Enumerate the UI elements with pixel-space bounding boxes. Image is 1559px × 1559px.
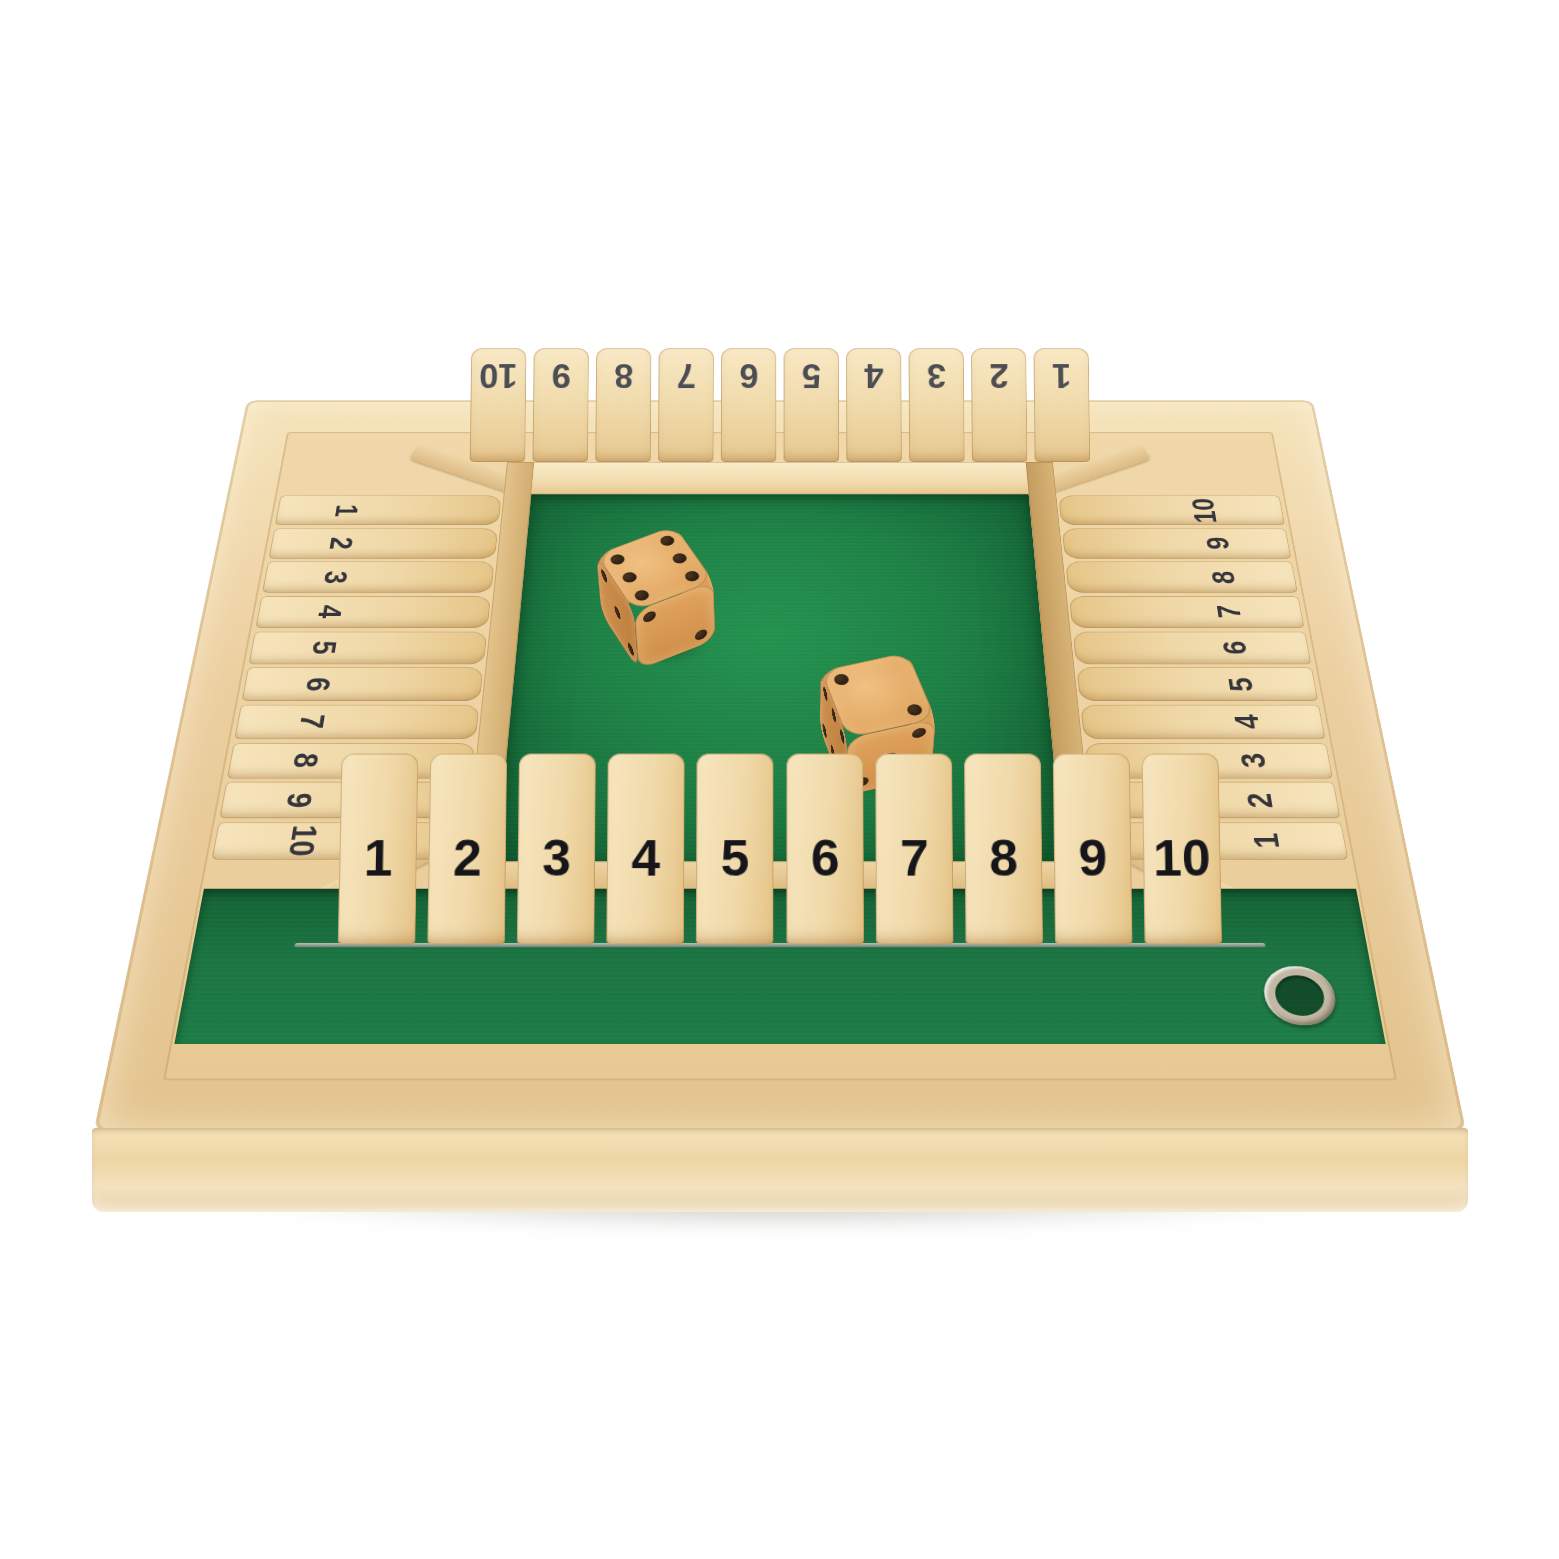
tile-number: 2 — [1240, 792, 1277, 807]
pip — [608, 553, 627, 567]
pip — [694, 628, 707, 642]
tile-north-2[interactable]: 2 — [971, 348, 1027, 462]
tile-south-10[interactable]: 10 — [1141, 754, 1222, 945]
tile-number: 4 — [313, 605, 348, 618]
pip — [839, 726, 844, 746]
tile-west-6[interactable]: 6 — [241, 668, 483, 702]
tile-number: 3 — [1234, 753, 1271, 768]
inner-frame-far-wall — [503, 462, 1056, 494]
tile-west-7[interactable]: 7 — [234, 705, 479, 740]
tile-number: 5 — [1222, 677, 1258, 691]
board-front-edge — [92, 1128, 1468, 1212]
tile-north-7[interactable]: 7 — [658, 348, 714, 462]
tile-east-9[interactable]: 9 — [1061, 528, 1291, 558]
tile-south-4[interactable]: 4 — [606, 754, 684, 945]
tile-number: 5 — [801, 359, 820, 393]
tile-east-5[interactable]: 5 — [1076, 668, 1318, 702]
tile-east-7[interactable]: 7 — [1068, 596, 1304, 628]
tile-number: 10 — [1152, 833, 1210, 885]
tile-number: 6 — [1217, 641, 1252, 655]
tile-number: 2 — [989, 359, 1008, 393]
tile-number: 10 — [1185, 498, 1220, 523]
tile-number: 2 — [325, 537, 359, 550]
tile-number: 7 — [676, 359, 695, 393]
tile-east-6[interactable]: 6 — [1072, 631, 1311, 664]
tile-number: 7 — [294, 715, 330, 730]
pip — [658, 534, 677, 547]
tile-number: 4 — [864, 359, 883, 393]
pip — [670, 551, 689, 565]
tile-number: 8 — [288, 753, 325, 768]
tile-number: 4 — [631, 833, 660, 885]
tile-east-10[interactable]: 10 — [1058, 496, 1285, 526]
tile-number: 7 — [1211, 605, 1246, 618]
tile-number: 1 — [1051, 359, 1071, 393]
tile-south-5[interactable]: 5 — [696, 754, 774, 945]
tile-number: 6 — [810, 833, 839, 885]
tile-number: 6 — [301, 677, 337, 691]
tile-number: 9 — [1077, 833, 1106, 885]
tile-number: 6 — [739, 359, 758, 393]
tile-number: 8 — [988, 833, 1017, 885]
tile-number: 7 — [899, 833, 928, 885]
tile-north-6[interactable]: 6 — [720, 348, 776, 462]
tile-south-2[interactable]: 2 — [427, 754, 507, 945]
tile-north-1[interactable]: 1 — [1033, 348, 1090, 462]
pip — [642, 609, 655, 623]
tile-number: 3 — [926, 359, 945, 393]
tile-south-9[interactable]: 9 — [1052, 754, 1132, 945]
pip — [632, 589, 651, 603]
tile-number: 2 — [452, 833, 481, 885]
tile-number: 3 — [319, 571, 353, 584]
tile-number: 10 — [283, 825, 323, 856]
tile-west-5[interactable]: 5 — [248, 631, 487, 664]
tile-west-2[interactable]: 2 — [268, 528, 498, 558]
tile-west-3[interactable]: 3 — [262, 562, 495, 593]
tile-number: 1 — [330, 504, 364, 516]
pip — [614, 603, 621, 621]
tile-south-7[interactable]: 7 — [874, 754, 952, 945]
tile-number: 8 — [613, 359, 632, 393]
tile-number: 8 — [1206, 571, 1240, 584]
tile-north-5[interactable]: 5 — [783, 348, 839, 462]
pip — [911, 727, 926, 740]
tile-south-1[interactable]: 1 — [337, 754, 418, 945]
tile-number: 10 — [479, 359, 518, 393]
shut-the-box-board: 10987654321 12345678910 10987654321 1234… — [180, 250, 1380, 1190]
die-left[interactable] — [598, 555, 714, 641]
tile-north-8[interactable]: 8 — [595, 348, 651, 462]
tile-north-4[interactable]: 4 — [846, 348, 902, 462]
tile-east-8[interactable]: 8 — [1065, 562, 1298, 593]
tile-number: 1 — [363, 833, 393, 885]
product-photo-scene: 10987654321 12345678910 10987654321 1234… — [0, 0, 1559, 1559]
tile-south-3[interactable]: 3 — [517, 754, 596, 945]
tile-north-9[interactable]: 9 — [532, 348, 588, 462]
pip — [620, 570, 639, 584]
tile-north-10[interactable]: 10 — [469, 348, 526, 462]
tile-number: 9 — [1200, 537, 1234, 550]
tile-west-1[interactable]: 1 — [274, 496, 501, 526]
tile-number: 9 — [281, 792, 318, 807]
pip — [905, 703, 924, 717]
tile-number: 3 — [542, 833, 571, 885]
tile-number: 5 — [307, 641, 342, 655]
tile-south-6[interactable]: 6 — [785, 754, 863, 945]
tile-rack-north: 10987654321 — [466, 383, 1094, 462]
tile-east-4[interactable]: 4 — [1080, 705, 1325, 740]
tile-number: 9 — [551, 359, 570, 393]
board-3d: 10987654321 12345678910 10987654321 1234… — [93, 400, 1466, 1132]
tile-north-3[interactable]: 3 — [908, 348, 964, 462]
pip — [682, 569, 701, 583]
tile-number: 5 — [720, 833, 749, 885]
pip — [832, 673, 850, 687]
tile-south-8[interactable]: 8 — [963, 754, 1042, 945]
tile-number: 4 — [1228, 715, 1264, 730]
tile-west-4[interactable]: 4 — [255, 596, 491, 628]
